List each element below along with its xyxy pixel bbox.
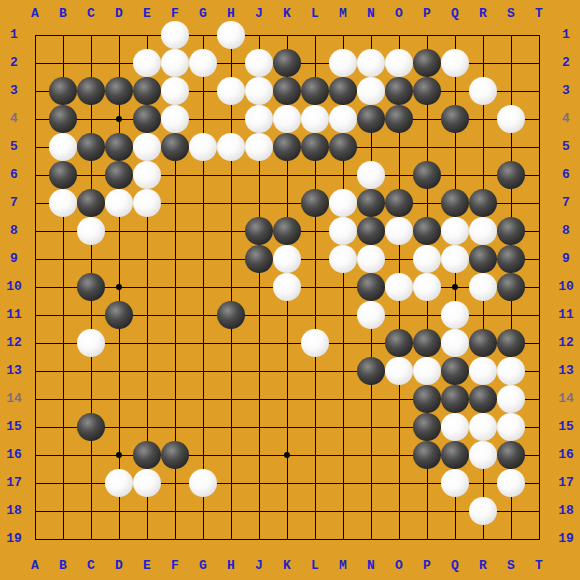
intersection-J5[interactable] [245, 133, 273, 161]
white-stone-O10[interactable] [385, 273, 413, 301]
intersection-M6[interactable] [329, 161, 357, 189]
white-stone-Q8[interactable] [441, 217, 469, 245]
black-stone-J8[interactable] [245, 217, 273, 245]
intersection-F15[interactable] [161, 413, 189, 441]
intersection-O10[interactable] [385, 273, 413, 301]
intersection-G6[interactable] [189, 161, 217, 189]
intersection-O4[interactable] [385, 105, 413, 133]
intersection-F17[interactable] [161, 469, 189, 497]
white-stone-J5[interactable] [245, 133, 273, 161]
intersection-T2[interactable] [525, 49, 553, 77]
intersection-M16[interactable] [329, 441, 357, 469]
intersection-K11[interactable] [273, 301, 301, 329]
intersection-O7[interactable] [385, 189, 413, 217]
intersection-B1[interactable] [49, 21, 77, 49]
white-stone-D17[interactable] [105, 469, 133, 497]
intersection-B9[interactable] [49, 245, 77, 273]
intersection-D8[interactable] [105, 217, 133, 245]
intersection-L3[interactable] [301, 77, 329, 105]
intersection-H6[interactable] [217, 161, 245, 189]
white-stone-O8[interactable] [385, 217, 413, 245]
intersection-Q11[interactable] [441, 301, 469, 329]
black-stone-Q14[interactable] [441, 385, 469, 413]
black-stone-C15[interactable] [77, 413, 105, 441]
intersection-N14[interactable] [357, 385, 385, 413]
black-stone-O3[interactable] [385, 77, 413, 105]
intersection-S1[interactable] [497, 21, 525, 49]
intersection-C13[interactable] [77, 357, 105, 385]
intersection-J6[interactable] [245, 161, 273, 189]
intersection-L11[interactable] [301, 301, 329, 329]
intersection-J8[interactable] [245, 217, 273, 245]
intersection-G7[interactable] [189, 189, 217, 217]
intersection-T14[interactable] [525, 385, 553, 413]
white-stone-M2[interactable] [329, 49, 357, 77]
intersection-R18[interactable] [469, 497, 497, 525]
intersection-E6[interactable] [133, 161, 161, 189]
intersection-O17[interactable] [385, 469, 413, 497]
black-stone-M3[interactable] [329, 77, 357, 105]
black-stone-N13[interactable] [357, 357, 385, 385]
intersection-N16[interactable] [357, 441, 385, 469]
intersection-A4[interactable] [21, 105, 49, 133]
black-stone-S9[interactable] [497, 245, 525, 273]
white-stone-C12[interactable] [77, 329, 105, 357]
black-stone-Q4[interactable] [441, 105, 469, 133]
intersection-K4[interactable] [273, 105, 301, 133]
intersection-B15[interactable] [49, 413, 77, 441]
intersection-S9[interactable] [497, 245, 525, 273]
black-stone-L7[interactable] [301, 189, 329, 217]
white-stone-R3[interactable] [469, 77, 497, 105]
intersection-O3[interactable] [385, 77, 413, 105]
intersection-F1[interactable] [161, 21, 189, 49]
intersection-J1[interactable] [245, 21, 273, 49]
white-stone-S4[interactable] [497, 105, 525, 133]
intersection-M8[interactable] [329, 217, 357, 245]
intersection-B19[interactable] [49, 525, 77, 553]
black-stone-Q16[interactable] [441, 441, 469, 469]
black-stone-P15[interactable] [413, 413, 441, 441]
intersection-B17[interactable] [49, 469, 77, 497]
intersection-D17[interactable] [105, 469, 133, 497]
intersection-A13[interactable] [21, 357, 49, 385]
intersection-Q8[interactable] [441, 217, 469, 245]
intersection-A3[interactable] [21, 77, 49, 105]
intersection-D13[interactable] [105, 357, 133, 385]
intersection-B3[interactable] [49, 77, 77, 105]
intersection-S3[interactable] [497, 77, 525, 105]
intersection-B4[interactable] [49, 105, 77, 133]
intersection-N13[interactable] [357, 357, 385, 385]
intersection-B2[interactable] [49, 49, 77, 77]
intersection-N2[interactable] [357, 49, 385, 77]
intersection-A15[interactable] [21, 413, 49, 441]
white-stone-F1[interactable] [161, 21, 189, 49]
intersection-P4[interactable] [413, 105, 441, 133]
intersection-P7[interactable] [413, 189, 441, 217]
black-stone-N4[interactable] [357, 105, 385, 133]
intersection-P19[interactable] [413, 525, 441, 553]
intersection-T3[interactable] [525, 77, 553, 105]
white-stone-K4[interactable] [273, 105, 301, 133]
intersection-A6[interactable] [21, 161, 49, 189]
intersection-P12[interactable] [413, 329, 441, 357]
black-stone-S12[interactable] [497, 329, 525, 357]
intersection-F8[interactable] [161, 217, 189, 245]
black-stone-R7[interactable] [469, 189, 497, 217]
black-stone-C7[interactable] [77, 189, 105, 217]
intersection-J4[interactable] [245, 105, 273, 133]
intersection-E1[interactable] [133, 21, 161, 49]
intersection-Q2[interactable] [441, 49, 469, 77]
intersection-P3[interactable] [413, 77, 441, 105]
intersection-F9[interactable] [161, 245, 189, 273]
intersection-C19[interactable] [77, 525, 105, 553]
intersection-M4[interactable] [329, 105, 357, 133]
black-stone-B4[interactable] [49, 105, 77, 133]
intersection-D15[interactable] [105, 413, 133, 441]
black-stone-L3[interactable] [301, 77, 329, 105]
black-stone-F5[interactable] [161, 133, 189, 161]
black-stone-C5[interactable] [77, 133, 105, 161]
intersection-G17[interactable] [189, 469, 217, 497]
black-stone-P16[interactable] [413, 441, 441, 469]
white-stone-G5[interactable] [189, 133, 217, 161]
intersection-K13[interactable] [273, 357, 301, 385]
intersection-R10[interactable] [469, 273, 497, 301]
intersection-L6[interactable] [301, 161, 329, 189]
intersection-M12[interactable] [329, 329, 357, 357]
intersection-Q15[interactable] [441, 413, 469, 441]
white-stone-K9[interactable] [273, 245, 301, 273]
intersection-G8[interactable] [189, 217, 217, 245]
white-stone-D7[interactable] [105, 189, 133, 217]
intersection-J3[interactable] [245, 77, 273, 105]
intersection-Q13[interactable] [441, 357, 469, 385]
intersection-A1[interactable] [21, 21, 49, 49]
white-stone-B5[interactable] [49, 133, 77, 161]
intersection-T1[interactable] [525, 21, 553, 49]
black-stone-L5[interactable] [301, 133, 329, 161]
white-stone-R13[interactable] [469, 357, 497, 385]
intersection-F13[interactable] [161, 357, 189, 385]
intersection-G18[interactable] [189, 497, 217, 525]
intersection-F12[interactable] [161, 329, 189, 357]
intersection-N19[interactable] [357, 525, 385, 553]
intersection-N3[interactable] [357, 77, 385, 105]
intersection-S15[interactable] [497, 413, 525, 441]
intersection-H4[interactable] [217, 105, 245, 133]
intersection-F10[interactable] [161, 273, 189, 301]
intersection-M1[interactable] [329, 21, 357, 49]
intersection-S12[interactable] [497, 329, 525, 357]
white-stone-P10[interactable] [413, 273, 441, 301]
intersection-C16[interactable] [77, 441, 105, 469]
intersection-R8[interactable] [469, 217, 497, 245]
black-stone-P6[interactable] [413, 161, 441, 189]
intersection-L14[interactable] [301, 385, 329, 413]
white-stone-L12[interactable] [301, 329, 329, 357]
intersection-H7[interactable] [217, 189, 245, 217]
white-stone-E7[interactable] [133, 189, 161, 217]
intersection-F16[interactable] [161, 441, 189, 469]
black-stone-R12[interactable] [469, 329, 497, 357]
intersection-G1[interactable] [189, 21, 217, 49]
intersection-F5[interactable] [161, 133, 189, 161]
intersection-N1[interactable] [357, 21, 385, 49]
intersection-D11[interactable] [105, 301, 133, 329]
intersection-H15[interactable] [217, 413, 245, 441]
white-stone-L4[interactable] [301, 105, 329, 133]
intersection-L12[interactable] [301, 329, 329, 357]
intersection-J15[interactable] [245, 413, 273, 441]
intersection-O14[interactable] [385, 385, 413, 413]
intersection-S10[interactable] [497, 273, 525, 301]
intersection-J2[interactable] [245, 49, 273, 77]
black-stone-K5[interactable] [273, 133, 301, 161]
white-stone-O13[interactable] [385, 357, 413, 385]
white-stone-K10[interactable] [273, 273, 301, 301]
intersection-S11[interactable] [497, 301, 525, 329]
intersection-R1[interactable] [469, 21, 497, 49]
intersection-P13[interactable] [413, 357, 441, 385]
intersection-A16[interactable] [21, 441, 49, 469]
black-stone-D3[interactable] [105, 77, 133, 105]
intersection-D5[interactable] [105, 133, 133, 161]
intersection-F11[interactable] [161, 301, 189, 329]
black-stone-S16[interactable] [497, 441, 525, 469]
white-stone-R16[interactable] [469, 441, 497, 469]
intersection-L5[interactable] [301, 133, 329, 161]
intersection-D12[interactable] [105, 329, 133, 357]
black-stone-N7[interactable] [357, 189, 385, 217]
intersection-T5[interactable] [525, 133, 553, 161]
white-stone-O2[interactable] [385, 49, 413, 77]
intersection-E8[interactable] [133, 217, 161, 245]
white-stone-H3[interactable] [217, 77, 245, 105]
intersection-A9[interactable] [21, 245, 49, 273]
white-stone-N2[interactable] [357, 49, 385, 77]
intersection-F3[interactable] [161, 77, 189, 105]
black-stone-Q7[interactable] [441, 189, 469, 217]
intersection-H12[interactable] [217, 329, 245, 357]
intersection-S16[interactable] [497, 441, 525, 469]
intersection-A12[interactable] [21, 329, 49, 357]
intersection-E7[interactable] [133, 189, 161, 217]
intersection-N17[interactable] [357, 469, 385, 497]
intersection-Q6[interactable] [441, 161, 469, 189]
intersection-L13[interactable] [301, 357, 329, 385]
intersection-O9[interactable] [385, 245, 413, 273]
intersection-L7[interactable] [301, 189, 329, 217]
intersection-R2[interactable] [469, 49, 497, 77]
black-stone-S10[interactable] [497, 273, 525, 301]
white-stone-R10[interactable] [469, 273, 497, 301]
white-stone-P13[interactable] [413, 357, 441, 385]
intersection-N5[interactable] [357, 133, 385, 161]
intersection-H1[interactable] [217, 21, 245, 49]
intersection-G2[interactable] [189, 49, 217, 77]
intersection-B6[interactable] [49, 161, 77, 189]
intersection-P5[interactable] [413, 133, 441, 161]
black-stone-C3[interactable] [77, 77, 105, 105]
intersection-C7[interactable] [77, 189, 105, 217]
intersection-L8[interactable] [301, 217, 329, 245]
intersection-N12[interactable] [357, 329, 385, 357]
black-stone-D11[interactable] [105, 301, 133, 329]
intersection-E19[interactable] [133, 525, 161, 553]
intersection-G11[interactable] [189, 301, 217, 329]
intersection-A17[interactable] [21, 469, 49, 497]
intersection-E17[interactable] [133, 469, 161, 497]
intersection-N8[interactable] [357, 217, 385, 245]
intersection-S19[interactable] [497, 525, 525, 553]
intersection-D18[interactable] [105, 497, 133, 525]
intersection-K14[interactable] [273, 385, 301, 413]
intersection-J17[interactable] [245, 469, 273, 497]
intersection-R16[interactable] [469, 441, 497, 469]
intersection-A18[interactable] [21, 497, 49, 525]
white-stone-Q12[interactable] [441, 329, 469, 357]
intersection-K10[interactable] [273, 273, 301, 301]
intersection-Q12[interactable] [441, 329, 469, 357]
intersection-C4[interactable] [77, 105, 105, 133]
intersection-O18[interactable] [385, 497, 413, 525]
intersection-B7[interactable] [49, 189, 77, 217]
intersection-K18[interactable] [273, 497, 301, 525]
intersection-O8[interactable] [385, 217, 413, 245]
white-stone-N9[interactable] [357, 245, 385, 273]
intersection-F18[interactable] [161, 497, 189, 525]
intersection-T15[interactable] [525, 413, 553, 441]
intersection-G10[interactable] [189, 273, 217, 301]
white-stone-N6[interactable] [357, 161, 385, 189]
intersection-H19[interactable] [217, 525, 245, 553]
intersection-M7[interactable] [329, 189, 357, 217]
intersection-J14[interactable] [245, 385, 273, 413]
intersection-S2[interactable] [497, 49, 525, 77]
white-stone-G2[interactable] [189, 49, 217, 77]
intersection-H11[interactable] [217, 301, 245, 329]
intersection-Q16[interactable] [441, 441, 469, 469]
black-stone-N10[interactable] [357, 273, 385, 301]
black-stone-E3[interactable] [133, 77, 161, 105]
intersection-D10[interactable] [105, 273, 133, 301]
intersection-N15[interactable] [357, 413, 385, 441]
intersection-G9[interactable] [189, 245, 217, 273]
intersection-G16[interactable] [189, 441, 217, 469]
intersection-K19[interactable] [273, 525, 301, 553]
intersection-H8[interactable] [217, 217, 245, 245]
intersection-P10[interactable] [413, 273, 441, 301]
intersection-A11[interactable] [21, 301, 49, 329]
intersection-P2[interactable] [413, 49, 441, 77]
black-stone-J9[interactable] [245, 245, 273, 273]
intersection-E15[interactable] [133, 413, 161, 441]
intersection-K17[interactable] [273, 469, 301, 497]
intersection-M19[interactable] [329, 525, 357, 553]
intersection-T8[interactable] [525, 217, 553, 245]
intersection-M5[interactable] [329, 133, 357, 161]
intersection-F14[interactable] [161, 385, 189, 413]
intersection-T7[interactable] [525, 189, 553, 217]
white-stone-R18[interactable] [469, 497, 497, 525]
intersection-N11[interactable] [357, 301, 385, 329]
intersection-O11[interactable] [385, 301, 413, 329]
intersection-O5[interactable] [385, 133, 413, 161]
intersection-O2[interactable] [385, 49, 413, 77]
intersection-P9[interactable] [413, 245, 441, 273]
intersection-N9[interactable] [357, 245, 385, 273]
black-stone-F16[interactable] [161, 441, 189, 469]
intersection-D14[interactable] [105, 385, 133, 413]
intersection-P8[interactable] [413, 217, 441, 245]
intersection-H9[interactable] [217, 245, 245, 273]
intersection-Q14[interactable] [441, 385, 469, 413]
intersection-M13[interactable] [329, 357, 357, 385]
intersection-G14[interactable] [189, 385, 217, 413]
intersection-Q19[interactable] [441, 525, 469, 553]
intersection-F7[interactable] [161, 189, 189, 217]
white-stone-R15[interactable] [469, 413, 497, 441]
intersection-C5[interactable] [77, 133, 105, 161]
intersection-B8[interactable] [49, 217, 77, 245]
intersection-C17[interactable] [77, 469, 105, 497]
intersection-H2[interactable] [217, 49, 245, 77]
white-stone-J2[interactable] [245, 49, 273, 77]
black-stone-P12[interactable] [413, 329, 441, 357]
black-stone-P14[interactable] [413, 385, 441, 413]
intersection-A19[interactable] [21, 525, 49, 553]
intersection-O1[interactable] [385, 21, 413, 49]
intersection-K5[interactable] [273, 133, 301, 161]
intersection-D7[interactable] [105, 189, 133, 217]
intersection-J13[interactable] [245, 357, 273, 385]
intersection-L10[interactable] [301, 273, 329, 301]
black-stone-D5[interactable] [105, 133, 133, 161]
intersection-T6[interactable] [525, 161, 553, 189]
intersection-P15[interactable] [413, 413, 441, 441]
black-stone-Q13[interactable] [441, 357, 469, 385]
white-stone-S15[interactable] [497, 413, 525, 441]
intersection-K6[interactable] [273, 161, 301, 189]
white-stone-N11[interactable] [357, 301, 385, 329]
intersection-D16[interactable] [105, 441, 133, 469]
intersection-J10[interactable] [245, 273, 273, 301]
intersection-L19[interactable] [301, 525, 329, 553]
black-stone-K2[interactable] [273, 49, 301, 77]
white-stone-F4[interactable] [161, 105, 189, 133]
intersection-B16[interactable] [49, 441, 77, 469]
intersection-E14[interactable] [133, 385, 161, 413]
intersection-M10[interactable] [329, 273, 357, 301]
black-stone-O4[interactable] [385, 105, 413, 133]
black-stone-M5[interactable] [329, 133, 357, 161]
intersection-R5[interactable] [469, 133, 497, 161]
black-stone-O7[interactable] [385, 189, 413, 217]
white-stone-J4[interactable] [245, 105, 273, 133]
intersection-J19[interactable] [245, 525, 273, 553]
intersection-T16[interactable] [525, 441, 553, 469]
intersection-M15[interactable] [329, 413, 357, 441]
intersection-Q17[interactable] [441, 469, 469, 497]
intersection-D4[interactable] [105, 105, 133, 133]
white-stone-E6[interactable] [133, 161, 161, 189]
intersection-G19[interactable] [189, 525, 217, 553]
intersection-N18[interactable] [357, 497, 385, 525]
intersection-N10[interactable] [357, 273, 385, 301]
